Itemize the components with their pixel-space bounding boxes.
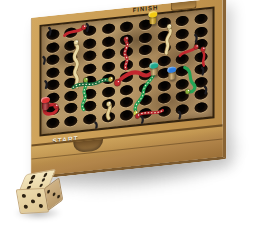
painted-snake-cream	[74, 40, 79, 88]
die-pip	[28, 180, 33, 184]
painted-snake-red	[201, 47, 206, 66]
peg-blue[interactable]	[167, 66, 176, 80]
black-snake-mark	[141, 117, 142, 124]
black-snake-mark	[205, 87, 206, 94]
black-snake-mark	[49, 28, 50, 35]
die-pip	[38, 204, 43, 208]
painted-snake-red	[65, 25, 87, 36]
painted-snake-green	[82, 77, 88, 110]
black-snake-mark	[45, 81, 46, 88]
painted-snake-red	[180, 44, 199, 56]
black-snake-mark	[179, 112, 180, 119]
die-pip	[30, 199, 35, 203]
black-snake-mark	[43, 57, 44, 64]
die-pip	[24, 205, 29, 209]
die-pip	[30, 175, 35, 179]
die-pip	[36, 193, 41, 197]
painted-snake-cream	[106, 101, 111, 118]
black-snake-mark	[195, 35, 196, 42]
die-pip	[41, 178, 46, 182]
die-pip	[47, 189, 50, 194]
black-snake-mark	[95, 122, 96, 129]
painted-snake-red	[124, 36, 129, 68]
lid-seam	[32, 138, 223, 159]
painted-snake-cream	[166, 24, 171, 53]
painted-snake-green	[185, 66, 195, 94]
board-well	[39, 7, 214, 137]
die-pip	[22, 193, 27, 197]
board-frame: FINISH START	[32, 0, 223, 146]
wooden-die[interactable]	[12, 168, 67, 222]
die-pip	[52, 192, 55, 197]
die-pip	[43, 173, 48, 177]
peg-red[interactable]	[41, 97, 50, 111]
game-box: FINISH START	[31, 0, 227, 180]
photo-stage: FINISH START	[0, 0, 270, 240]
snakes-layer	[41, 9, 212, 135]
peg-yellow[interactable]	[148, 11, 157, 25]
painted-snake-red	[135, 110, 162, 118]
peg-teal[interactable]	[149, 62, 158, 76]
black-snake-mark	[87, 24, 88, 31]
die-pip	[57, 195, 60, 200]
painted-snake-green	[133, 74, 154, 116]
black-snake-mark	[202, 68, 203, 75]
